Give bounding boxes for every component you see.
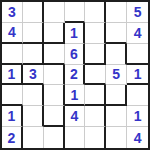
- given-digit: 1: [8, 109, 16, 123]
- cell-r5c3[interactable]: [44, 85, 65, 106]
- cell-r2c5[interactable]: [85, 23, 106, 44]
- cell-r5c2[interactable]: [23, 85, 44, 106]
- cell-r6c1[interactable]: 1: [2, 106, 23, 127]
- cell-r6c7[interactable]: 1: [127, 106, 148, 127]
- cell-r2c7[interactable]: 4: [127, 23, 148, 44]
- cell-r4c4[interactable]: 2: [65, 65, 86, 86]
- cell-r7c7[interactable]: 4: [127, 127, 148, 148]
- cell-r1c6[interactable]: [106, 2, 127, 23]
- cell-r4c5[interactable]: [85, 65, 106, 86]
- given-digit: 1: [134, 67, 142, 81]
- cell-r6c4[interactable]: 4: [65, 106, 86, 127]
- cell-r2c1[interactable]: 4: [2, 23, 23, 44]
- cell-r3c1[interactable]: [2, 44, 23, 65]
- cell-r1c7[interactable]: 5: [127, 2, 148, 23]
- cell-r2c2[interactable]: [23, 23, 44, 44]
- given-digit: 2: [70, 67, 78, 81]
- cell-r6c2[interactable]: [23, 106, 44, 127]
- cell-r4c1[interactable]: 1: [2, 65, 23, 86]
- cell-r7c4[interactable]: [65, 127, 86, 148]
- cell-r2c4[interactable]: 1: [65, 23, 86, 44]
- given-digit: 5: [134, 5, 142, 19]
- cell-r7c2[interactable]: [23, 127, 44, 148]
- given-digit: 1: [134, 109, 142, 123]
- cell-r1c4[interactable]: [65, 2, 86, 23]
- cell-r7c1[interactable]: 2: [2, 127, 23, 148]
- cell-r3c3[interactable]: [44, 44, 65, 65]
- cell-r7c6[interactable]: [106, 127, 127, 148]
- cell-r3c4[interactable]: 6: [65, 44, 86, 65]
- cell-r4c6[interactable]: 5: [106, 65, 127, 86]
- cell-r5c1[interactable]: [2, 85, 23, 106]
- cell-r6c3[interactable]: [44, 106, 65, 127]
- cell-r7c3[interactable]: [44, 127, 65, 148]
- cell-r4c7[interactable]: 1: [127, 65, 148, 86]
- cell-r3c2[interactable]: [23, 44, 44, 65]
- cell-r5c7[interactable]: [127, 85, 148, 106]
- cell-r1c2[interactable]: [23, 2, 44, 23]
- given-digit: 3: [29, 67, 37, 81]
- cell-r6c6[interactable]: [106, 106, 127, 127]
- cell-r4c2[interactable]: 3: [23, 65, 44, 86]
- given-digit: 4: [134, 131, 142, 145]
- cell-r5c6[interactable]: [106, 85, 127, 106]
- cell-r6c5[interactable]: [85, 106, 106, 127]
- cell-r2c3[interactable]: [44, 23, 65, 44]
- given-digit: 1: [8, 67, 16, 81]
- suguru-board: 35414613251114124: [0, 0, 150, 150]
- given-digit: 3: [8, 5, 16, 19]
- cell-r5c5[interactable]: [85, 85, 106, 106]
- cell-r3c5[interactable]: [85, 44, 106, 65]
- cell-r7c5[interactable]: [85, 127, 106, 148]
- given-digit: 4: [8, 25, 16, 39]
- given-digit: 1: [71, 88, 79, 102]
- cell-r5c4[interactable]: 1: [65, 85, 86, 106]
- cell-r1c5[interactable]: [85, 2, 106, 23]
- cell-r1c3[interactable]: [44, 2, 65, 23]
- cell-r4c3[interactable]: [44, 65, 65, 86]
- given-digit: 1: [70, 26, 78, 40]
- given-digit: 5: [112, 67, 120, 81]
- cell-r3c6[interactable]: [106, 44, 127, 65]
- given-digit: 2: [8, 131, 16, 145]
- cell-r1c1[interactable]: 3: [2, 2, 23, 23]
- cell-r2c6[interactable]: [106, 23, 127, 44]
- cell-r3c7[interactable]: [127, 44, 148, 65]
- given-digit: 4: [71, 109, 79, 123]
- given-digit: 4: [134, 26, 142, 40]
- given-digit: 6: [70, 47, 78, 61]
